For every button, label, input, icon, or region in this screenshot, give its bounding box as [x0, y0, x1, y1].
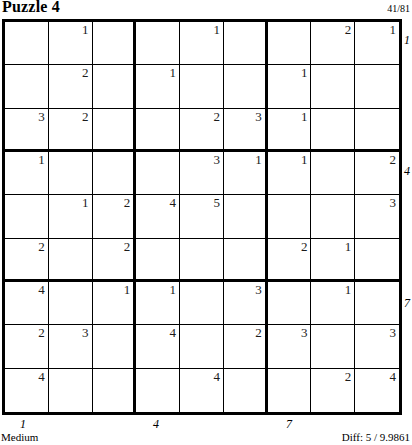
cell-r2c7[interactable]: 1 [268, 65, 312, 108]
given-digit: 2 [82, 66, 89, 79]
cell-r2c4[interactable]: 1 [136, 65, 180, 108]
given-digit: 1 [301, 153, 308, 166]
cell-r9c9[interactable]: 4 [355, 369, 399, 412]
cell-r8c7[interactable]: 3 [268, 325, 312, 368]
cell-r7c8[interactable]: 1 [311, 282, 355, 325]
cell-r7c5[interactable] [180, 282, 224, 325]
cell-r8c2[interactable]: 3 [49, 325, 93, 368]
cell-r3c3[interactable] [93, 109, 137, 152]
cell-r2c6[interactable] [224, 65, 268, 108]
cell-r3c4[interactable] [136, 109, 180, 152]
cell-r5c8[interactable] [311, 195, 355, 238]
board: 1121211322311311212453222141131234233442… [2, 19, 402, 415]
given-digit: 2 [213, 110, 220, 123]
cell-r8c8[interactable] [311, 325, 355, 368]
given-digit: 3 [255, 110, 262, 123]
col-label-4: 4 [134, 417, 178, 431]
cell-r6c8[interactable]: 1 [311, 239, 355, 282]
given-digit: 4 [38, 370, 45, 383]
cell-r1c8[interactable]: 2 [311, 22, 355, 65]
cell-r7c9[interactable] [355, 282, 399, 325]
cell-r3c1[interactable]: 3 [5, 109, 49, 152]
cell-r5c4[interactable]: 4 [136, 195, 180, 238]
given-digit: 1 [213, 23, 220, 36]
cell-r1c5[interactable]: 1 [180, 22, 224, 65]
given-digit: 2 [345, 23, 352, 36]
cell-r1c2[interactable]: 1 [49, 22, 93, 65]
cell-r4c6[interactable]: 1 [224, 152, 268, 195]
cell-r4c5[interactable]: 3 [180, 152, 224, 195]
given-digit: 4 [38, 283, 45, 296]
cell-r8c9[interactable]: 3 [355, 325, 399, 368]
given-digit: 3 [38, 110, 45, 123]
cell-r6c4[interactable] [136, 239, 180, 282]
row-label-7: 7 [404, 296, 412, 310]
cell-r6c6[interactable] [224, 239, 268, 282]
given-digit: 1 [82, 196, 89, 209]
cell-r2c3[interactable] [93, 65, 137, 108]
cell-r7c3[interactable]: 1 [93, 282, 137, 325]
cell-r3c9[interactable] [355, 109, 399, 152]
given-digit: 3 [213, 153, 220, 166]
given-digit: 3 [82, 326, 89, 339]
puzzle-page: Puzzle 4 41/81 1121211322311311212453222… [0, 0, 412, 445]
given-digit: 1 [38, 153, 45, 166]
cell-r6c2[interactable] [49, 239, 93, 282]
given-digit: 2 [124, 240, 131, 253]
cell-r4c2[interactable] [49, 152, 93, 195]
given-digit: 1 [82, 23, 89, 36]
given-digit: 1 [345, 283, 352, 296]
cell-r7c2[interactable] [49, 282, 93, 325]
cell-r9c7[interactable] [268, 369, 312, 412]
given-digit: 1 [301, 66, 308, 79]
cell-r9c6[interactable] [224, 369, 268, 412]
given-digit: 2 [38, 240, 45, 253]
given-digit: 1 [170, 66, 177, 79]
cell-r5c9[interactable]: 3 [355, 195, 399, 238]
cell-r8c3[interactable] [93, 325, 137, 368]
cell-r3c2[interactable]: 2 [49, 109, 93, 152]
cell-r3c8[interactable] [311, 109, 355, 152]
cell-r7c4[interactable]: 1 [136, 282, 180, 325]
given-digit: 3 [390, 196, 397, 209]
cell-r4c8[interactable] [311, 152, 355, 195]
cell-r3c5[interactable]: 2 [180, 109, 224, 152]
given-digit: 5 [213, 196, 220, 209]
cell-r2c5[interactable] [180, 65, 224, 108]
cell-r1c7[interactable] [268, 22, 312, 65]
cell-r7c6[interactable]: 3 [224, 282, 268, 325]
cell-r9c3[interactable] [93, 369, 137, 412]
given-digit: 2 [38, 326, 45, 339]
difficulty-label: Medium [1, 431, 38, 443]
cell-r5c6[interactable] [224, 195, 268, 238]
cell-r1c9[interactable]: 1 [355, 22, 399, 65]
given-digit: 2 [390, 153, 397, 166]
cell-r9c2[interactable] [49, 369, 93, 412]
cell-r7c7[interactable] [268, 282, 312, 325]
cell-r6c3[interactable]: 2 [93, 239, 137, 282]
cell-r6c9[interactable] [355, 239, 399, 282]
cell-r6c7[interactable]: 2 [268, 239, 312, 282]
cell-r5c5[interactable]: 5 [180, 195, 224, 238]
cell-r8c4[interactable]: 4 [136, 325, 180, 368]
given-digit: 4 [170, 196, 177, 209]
cell-r2c9[interactable] [355, 65, 399, 108]
col-label-1: 1 [1, 417, 45, 431]
given-digit: 2 [124, 196, 131, 209]
diff-score-label: Diff: 5 / 9.9861 [342, 431, 410, 443]
col-label-7: 7 [267, 417, 311, 431]
cell-r5c7[interactable] [268, 195, 312, 238]
cell-r1c3[interactable] [93, 22, 137, 65]
given-digit: 4 [213, 370, 220, 383]
row-label-4: 4 [404, 164, 412, 178]
cell-r8c6[interactable]: 2 [224, 325, 268, 368]
given-digit: 2 [345, 370, 352, 383]
page-title: Puzzle 4 [2, 0, 60, 16]
cell-r1c1[interactable] [5, 22, 49, 65]
given-digit: 1 [170, 283, 177, 296]
cell-r2c2[interactable]: 2 [49, 65, 93, 108]
given-digit: 1 [124, 283, 131, 296]
given-digit: 4 [390, 370, 397, 383]
cell-r2c8[interactable] [311, 65, 355, 108]
cell-r7c1[interactable]: 4 [5, 282, 49, 325]
given-digit: 1 [345, 240, 352, 253]
given-digit: 3 [255, 283, 262, 296]
given-digit: 1 [390, 23, 397, 36]
cell-r9c4[interactable] [136, 369, 180, 412]
given-digit: 2 [301, 240, 308, 253]
cell-r1c6[interactable] [224, 22, 268, 65]
cell-r5c2[interactable]: 1 [49, 195, 93, 238]
cell-r4c9[interactable]: 2 [355, 152, 399, 195]
cell-r4c3[interactable] [93, 152, 137, 195]
cell-r9c1[interactable]: 4 [5, 369, 49, 412]
cell-r5c3[interactable]: 2 [93, 195, 137, 238]
given-digit: 4 [170, 326, 177, 339]
given-digit: 2 [255, 326, 262, 339]
given-digit: 1 [255, 153, 262, 166]
row-label-1: 1 [404, 33, 412, 47]
cell-r9c8[interactable]: 2 [311, 369, 355, 412]
cell-r2c1[interactable] [5, 65, 49, 108]
cell-r8c5[interactable] [180, 325, 224, 368]
cell-r4c7[interactable]: 1 [268, 152, 312, 195]
given-digit: 3 [301, 326, 308, 339]
cell-r8c1[interactable]: 2 [5, 325, 49, 368]
given-digit: 2 [82, 110, 89, 123]
given-digit: 3 [390, 326, 397, 339]
cell-r4c1[interactable]: 1 [5, 152, 49, 195]
cell-r6c1[interactable]: 2 [5, 239, 49, 282]
cell-r1c4[interactable] [136, 22, 180, 65]
cell-r5c1[interactable] [5, 195, 49, 238]
cell-r4c4[interactable] [136, 152, 180, 195]
cell-r9c5[interactable]: 4 [180, 369, 224, 412]
cell-r3c6[interactable]: 3 [224, 109, 268, 152]
cell-r6c5[interactable] [180, 239, 224, 282]
givens-counter: 41/81 [387, 3, 410, 14]
cell-r3c7[interactable]: 1 [268, 109, 312, 152]
given-digit: 1 [301, 110, 308, 123]
